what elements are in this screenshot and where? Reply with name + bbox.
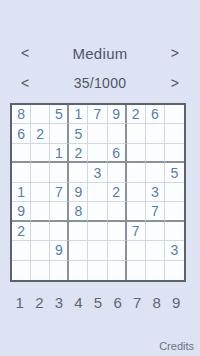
clue-digit: 5 [55,107,63,121]
numpad-digit-2[interactable]: 2 [30,293,50,311]
sudoku-cell-r2c3[interactable] [50,124,69,143]
sudoku-cell-r8c5[interactable] [88,241,107,260]
sudoku-cell-r2c1[interactable]: 6 [12,124,31,143]
sudoku-cell-r8c3[interactable]: 9 [50,241,69,260]
puzzle-selector: < 35/1000 > [0,74,200,92]
sudoku-cell-r3c9[interactable] [165,144,184,163]
difficulty-next-button[interactable]: > [171,44,179,62]
sudoku-cell-r9c4[interactable] [69,261,88,280]
sudoku-app: < Medium > < 35/1000 > 85179266251263517… [0,0,200,356]
puzzle-prev-button[interactable]: < [21,74,29,92]
sudoku-cell-r5c4[interactable]: 9 [69,183,88,202]
clue-digit: 9 [55,243,63,257]
clue-digit: 2 [132,107,140,121]
clue-digit: 1 [17,185,25,199]
sudoku-cell-r1c4[interactable]: 1 [69,105,88,124]
clue-digit: 9 [112,107,120,121]
clue-digit: 1 [74,107,82,121]
sudoku-cell-r7c8[interactable] [146,222,165,241]
sudoku-cell-r5c6[interactable]: 2 [108,183,127,202]
sudoku-cell-r5c9[interactable] [165,183,184,202]
clue-digit: 3 [151,185,159,199]
sudoku-cell-r3c8[interactable] [146,144,165,163]
sudoku-cell-r7c4[interactable] [69,222,88,241]
sudoku-cell-r2c6[interactable] [108,124,127,143]
clue-digit: 2 [36,127,44,141]
sudoku-cell-r6c9[interactable] [165,202,184,221]
numpad-digit-5[interactable]: 5 [88,293,108,311]
sudoku-cell-r2c2[interactable]: 2 [31,124,50,143]
numpad-digit-6[interactable]: 6 [108,293,128,311]
sudoku-cell-r6c8[interactable]: 7 [146,202,165,221]
numpad-digit-1[interactable]: 1 [10,293,30,311]
sudoku-cell-r4c7[interactable] [127,163,146,182]
sudoku-cell-r7c1[interactable]: 2 [12,222,31,241]
clue-digit: 5 [74,127,82,141]
sudoku-cell-r3c1[interactable] [12,144,31,163]
numpad-digit-3[interactable]: 3 [49,293,69,311]
sudoku-cell-r1c7[interactable]: 2 [127,105,146,124]
sudoku-cell-r7c2[interactable] [31,222,50,241]
credits-link[interactable]: Credits [159,340,194,352]
difficulty-prev-button[interactable]: < [21,44,29,62]
sudoku-cell-r3c7[interactable] [127,144,146,163]
sudoku-cell-r2c8[interactable] [146,124,165,143]
sudoku-cell-r5c7[interactable] [127,183,146,202]
sudoku-cell-r4c2[interactable] [31,163,50,182]
sudoku-cell-r5c1[interactable]: 1 [12,183,31,202]
difficulty-label: Medium [29,45,171,62]
sudoku-cell-r3c5[interactable] [88,144,107,163]
difficulty-selector: < Medium > [0,44,200,62]
sudoku-cell-r3c2[interactable] [31,144,50,163]
sudoku-cell-r4c8[interactable] [146,163,165,182]
sudoku-cell-r8c2[interactable] [31,241,50,260]
sudoku-cell-r9c7[interactable] [127,261,146,280]
sudoku-cell-r7c6[interactable] [108,222,127,241]
sudoku-cell-r8c9[interactable]: 3 [165,241,184,260]
puzzle-index-label: 35/1000 [29,75,171,91]
sudoku-cell-r1c3[interactable]: 5 [50,105,69,124]
clue-digit: 5 [171,166,179,180]
sudoku-cell-r9c1[interactable] [12,261,31,280]
sudoku-cell-r1c9[interactable] [165,105,184,124]
sudoku-cell-r4c3[interactable] [50,163,69,182]
sudoku-cell-r8c6[interactable] [108,241,127,260]
sudoku-cell-r1c5[interactable]: 7 [88,105,107,124]
clue-digit: 2 [17,224,25,238]
clue-digit: 1 [55,146,63,160]
clue-digit: 7 [151,204,159,218]
number-pad: 123456789 [10,293,186,311]
sudoku-cell-r4c1[interactable] [12,163,31,182]
sudoku-cell-r2c5[interactable] [88,124,107,143]
clue-digit: 9 [17,204,25,218]
sudoku-cell-r2c7[interactable] [127,124,146,143]
clue-digit: 6 [112,146,120,160]
numpad-digit-9[interactable]: 9 [166,293,186,311]
sudoku-cell-r9c8[interactable] [146,261,165,280]
chevron-right-icon: > [171,45,179,61]
sudoku-cell-r7c3[interactable] [50,222,69,241]
numpad-digit-4[interactable]: 4 [69,293,89,311]
sudoku-cell-r5c2[interactable] [31,183,50,202]
sudoku-cell-r5c8[interactable]: 3 [146,183,165,202]
sudoku-cell-r4c4[interactable] [69,163,88,182]
clue-digit: 2 [74,146,82,160]
chevron-left-icon: < [21,45,29,61]
numpad-digit-7[interactable]: 7 [127,293,147,311]
clue-digit: 8 [17,107,25,121]
sudoku-cell-r5c5[interactable] [88,183,107,202]
sudoku-cell-r7c7[interactable]: 7 [127,222,146,241]
clue-digit: 3 [94,166,102,180]
sudoku-cell-r4c6[interactable] [108,163,127,182]
sudoku-cell-r9c9[interactable] [165,261,184,280]
sudoku-cell-r8c1[interactable] [12,241,31,260]
sudoku-cell-r6c2[interactable] [31,202,50,221]
sudoku-cell-r3c3[interactable]: 1 [50,144,69,163]
sudoku-cell-r7c9[interactable] [165,222,184,241]
sudoku-cell-r9c2[interactable] [31,261,50,280]
puzzle-next-button[interactable]: > [171,74,179,92]
sudoku-cell-r9c6[interactable] [108,261,127,280]
sudoku-cell-r8c4[interactable] [69,241,88,260]
clue-digit: 6 [17,127,25,141]
sudoku-cell-r1c1[interactable]: 8 [12,105,31,124]
clue-digit: 7 [55,185,63,199]
sudoku-cell-r1c2[interactable] [31,105,50,124]
clue-digit: 8 [74,204,82,218]
sudoku-cell-r1c8[interactable]: 6 [146,105,165,124]
clue-digit: 2 [112,185,120,199]
numpad-digit-8[interactable]: 8 [147,293,167,311]
chevron-left-icon: < [21,75,29,91]
sudoku-cell-r2c9[interactable] [165,124,184,143]
sudoku-cell-r2c4[interactable]: 5 [69,124,88,143]
sudoku-cell-r5c3[interactable]: 7 [50,183,69,202]
clue-digit: 6 [151,107,159,121]
clue-digit: 9 [74,185,82,199]
sudoku-cell-r3c4[interactable]: 2 [69,144,88,163]
sudoku-cell-r6c7[interactable] [127,202,146,221]
sudoku-cell-r6c4[interactable]: 8 [69,202,88,221]
sudoku-cell-r4c9[interactable]: 5 [165,163,184,182]
sudoku-cell-r6c1[interactable]: 9 [12,202,31,221]
sudoku-board: 851792662512635179239872793 [10,103,186,282]
sudoku-cell-r9c5[interactable] [88,261,107,280]
sudoku-cell-r6c3[interactable] [50,202,69,221]
clue-digit: 3 [171,243,179,257]
sudoku-cell-r6c6[interactable] [108,202,127,221]
sudoku-cell-r8c7[interactable] [127,241,146,260]
sudoku-cell-r9c3[interactable] [50,261,69,280]
sudoku-cell-r8c8[interactable] [146,241,165,260]
chevron-right-icon: > [171,75,179,91]
sudoku-cell-r6c5[interactable] [88,202,107,221]
sudoku-cell-r7c5[interactable] [88,222,107,241]
clue-digit: 7 [132,224,140,238]
sudoku-cell-r4c5[interactable]: 3 [88,163,107,182]
clue-digit: 7 [94,107,102,121]
sudoku-cell-r3c6[interactable]: 6 [108,144,127,163]
sudoku-cell-r1c6[interactable]: 9 [108,105,127,124]
